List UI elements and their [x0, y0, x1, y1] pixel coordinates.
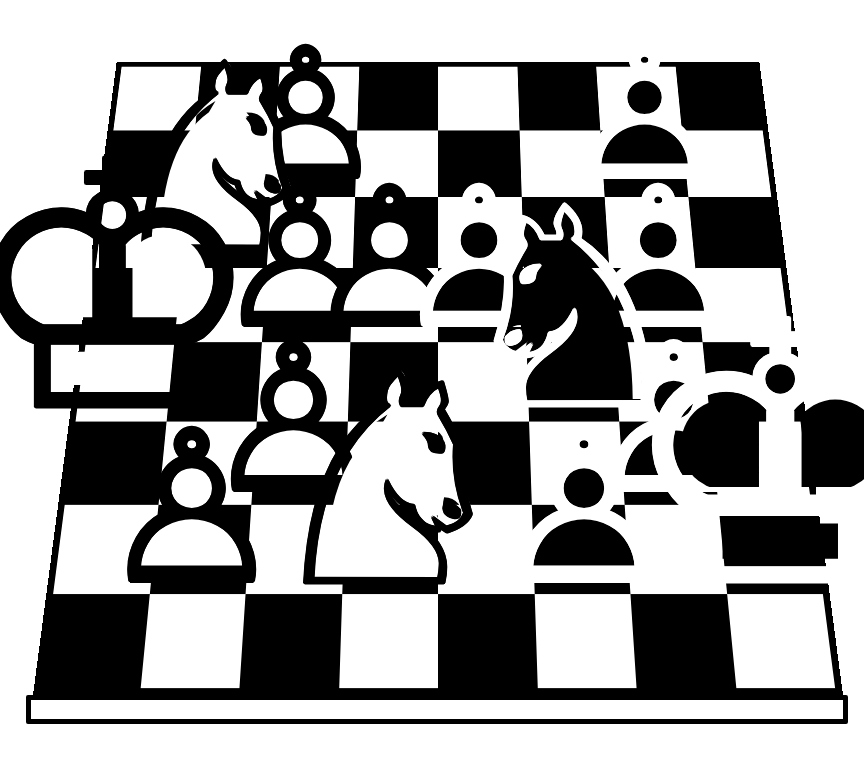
square-h7[interactable]: [681, 130, 771, 197]
square-c1[interactable]: [239, 594, 341, 688]
square-h6[interactable]: [688, 197, 780, 268]
square-f4[interactable]: [526, 342, 619, 421]
square-g7[interactable]: [600, 130, 688, 197]
square-d1[interactable]: [339, 594, 438, 688]
square-e7[interactable]: [438, 130, 521, 197]
square-d7[interactable]: [355, 130, 438, 197]
square-b6[interactable]: [181, 197, 271, 268]
square-c6[interactable]: [267, 197, 355, 268]
square-f3[interactable]: [529, 421, 625, 505]
square-h5[interactable]: [695, 268, 790, 343]
square-c4[interactable]: [257, 342, 350, 421]
square-g1[interactable]: [630, 594, 735, 688]
square-f7[interactable]: [519, 130, 605, 197]
square-d2[interactable]: [342, 505, 438, 594]
square-a2[interactable]: [53, 505, 158, 594]
square-f5[interactable]: [524, 268, 614, 343]
square-a4[interactable]: [76, 342, 174, 421]
board-base-edge: [26, 695, 848, 724]
square-h3[interactable]: [710, 421, 811, 505]
square-c8[interactable]: [276, 67, 359, 131]
square-b8[interactable]: [195, 67, 280, 131]
square-f2[interactable]: [531, 505, 630, 594]
square-d5[interactable]: [350, 268, 438, 343]
square-c7[interactable]: [271, 130, 357, 197]
square-d8[interactable]: [357, 67, 438, 131]
square-a5[interactable]: [86, 268, 181, 343]
chess-illustration: ♟♙♟♙♞♘♟♙♟♙♟♙♟♙♚♔♞♘♟♙♟♙♟♙♞♘♟♙♚♔: [0, 0, 864, 772]
square-h8[interactable]: [675, 67, 762, 131]
square-h1[interactable]: [727, 594, 835, 688]
square-e3[interactable]: [438, 421, 531, 505]
square-g5[interactable]: [609, 268, 702, 343]
square-b3[interactable]: [158, 421, 257, 505]
square-g8[interactable]: [596, 67, 681, 131]
square-d4[interactable]: [347, 342, 438, 421]
square-c2[interactable]: [246, 505, 345, 594]
square-e2[interactable]: [438, 505, 534, 594]
square-a8[interactable]: [113, 67, 200, 131]
square-g6[interactable]: [605, 197, 695, 268]
square-d3[interactable]: [345, 421, 438, 505]
square-b1[interactable]: [140, 594, 245, 688]
square-c5[interactable]: [262, 268, 352, 343]
square-a7[interactable]: [105, 130, 195, 197]
square-f1[interactable]: [534, 594, 636, 688]
square-f6[interactable]: [521, 197, 609, 268]
square-a3[interactable]: [65, 421, 166, 505]
square-b7[interactable]: [188, 130, 276, 197]
square-h2[interactable]: [718, 505, 823, 594]
square-f8[interactable]: [517, 67, 600, 131]
square-a6[interactable]: [96, 197, 188, 268]
square-e5[interactable]: [438, 268, 526, 343]
square-h4[interactable]: [702, 342, 800, 421]
square-d6[interactable]: [352, 197, 438, 268]
square-e1[interactable]: [438, 594, 537, 688]
square-g4[interactable]: [614, 342, 710, 421]
square-c3[interactable]: [251, 421, 347, 505]
square-e4[interactable]: [438, 342, 529, 421]
square-e6[interactable]: [438, 197, 524, 268]
square-b5[interactable]: [174, 268, 267, 343]
square-b4[interactable]: [166, 342, 262, 421]
square-e8[interactable]: [438, 67, 519, 131]
square-b2[interactable]: [149, 505, 251, 594]
square-g2[interactable]: [625, 505, 727, 594]
square-g3[interactable]: [619, 421, 718, 505]
square-a1[interactable]: [41, 594, 149, 688]
chessboard: [33, 62, 843, 695]
